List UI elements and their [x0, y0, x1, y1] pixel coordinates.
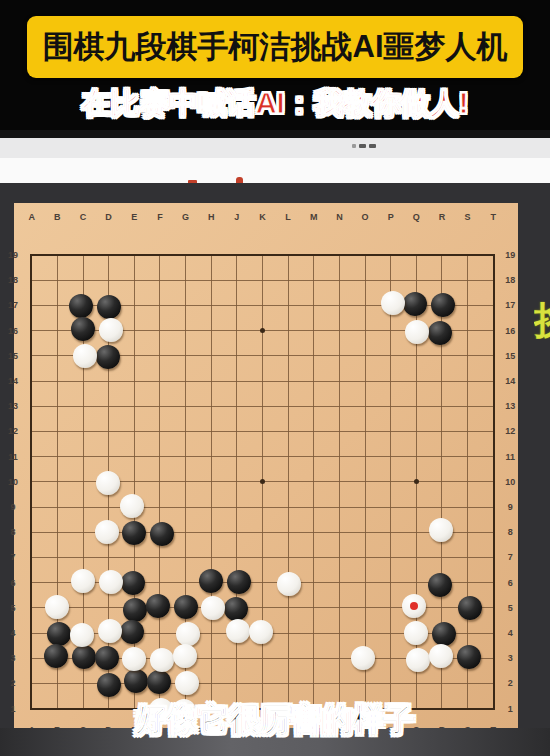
coord-letter-top: P — [388, 212, 394, 222]
coord-number-left: 9 — [10, 502, 15, 512]
stone-black-G5 — [174, 595, 198, 619]
coord-number-left: 17 — [8, 300, 18, 310]
video-header: 围棋九段棋手柯洁挑战AI噩梦人机 在比赛中喊话AI：我教你做人! — [0, 0, 550, 130]
subheadline-text: 在比赛中喊话AI：我教你做人! — [0, 84, 550, 124]
stone-white-G3 — [173, 644, 197, 668]
stone-white-H5 — [201, 596, 225, 620]
coord-number-left: 15 — [8, 351, 18, 361]
stone-white-K4 — [249, 620, 273, 644]
coord-letter-top: T — [490, 212, 496, 222]
stone-white-C6 — [71, 569, 95, 593]
coord-number-right: 18 — [505, 275, 515, 285]
stone-white-D6 — [99, 570, 123, 594]
stone-black-C16 — [71, 317, 95, 341]
stone-black-S3 — [457, 645, 481, 669]
stone-black-F8 — [150, 522, 174, 546]
coord-number-right: 17 — [505, 300, 515, 310]
stone-white-P17 — [381, 291, 405, 315]
coord-letter-top: A — [28, 212, 35, 222]
coord-letter-top: G — [182, 212, 189, 222]
stone-white-O3 — [351, 646, 375, 670]
stone-white-R3 — [429, 644, 453, 668]
coord-letter-top: F — [157, 212, 163, 222]
stone-white-C15 — [73, 344, 97, 368]
stone-black-E6 — [121, 571, 145, 595]
coord-letter-top: K — [259, 212, 266, 222]
stone-black-S5 — [458, 596, 482, 620]
coord-number-right: 2 — [508, 678, 513, 688]
coord-number-left: 8 — [10, 527, 15, 537]
stone-white-D4 — [98, 619, 122, 643]
clipped-side-caption: 挑 — [534, 295, 550, 339]
coord-number-right: 15 — [505, 351, 515, 361]
stone-white-L6 — [277, 572, 301, 596]
stone-black-D17 — [97, 295, 121, 319]
coord-number-right: 14 — [505, 376, 515, 386]
stone-black-H6 — [199, 569, 223, 593]
coord-number-left: 5 — [10, 603, 15, 613]
stone-white-D10 — [96, 471, 120, 495]
toolbar-text-fragment — [352, 144, 376, 148]
coord-number-left: 18 — [8, 275, 18, 285]
stone-black-E5 — [123, 598, 147, 622]
headline-text: 围棋九段棋手柯洁挑战AI噩梦人机 — [43, 26, 508, 68]
coord-letter-top: B — [54, 212, 61, 222]
stone-black-J5 — [224, 597, 248, 621]
stone-black-D15 — [96, 345, 120, 369]
coord-number-right: 9 — [508, 502, 513, 512]
coord-number-left: 16 — [8, 326, 18, 336]
coord-number-right: 6 — [508, 578, 513, 588]
coord-letter-top: H — [208, 212, 215, 222]
stone-black-R6 — [428, 573, 452, 597]
stone-black-C3 — [72, 645, 96, 669]
coord-number-right: 7 — [508, 552, 513, 562]
coord-number-right: 13 — [505, 401, 515, 411]
coord-number-left: 2 — [10, 678, 15, 688]
coord-letter-top: D — [105, 212, 112, 222]
coord-letter-top: S — [465, 212, 471, 222]
coord-number-left: 14 — [8, 376, 18, 386]
stone-white-B5 — [45, 595, 69, 619]
coord-letter-top: N — [336, 212, 343, 222]
stone-white-G2 — [175, 671, 199, 695]
video-caption: 好像它很厉害的样子 — [0, 699, 550, 741]
coord-letter-top: M — [310, 212, 318, 222]
stone-white-R8 — [429, 518, 453, 542]
stone-black-J6 — [227, 570, 251, 594]
coord-number-left: 4 — [10, 628, 15, 638]
headline-banner: 围棋九段棋手柯洁挑战AI噩梦人机 — [27, 16, 523, 78]
stone-black-R4 — [432, 622, 456, 646]
browser-toolbar-band — [0, 138, 550, 159]
browser-content-band — [0, 158, 550, 183]
coord-number-right: 10 — [505, 477, 515, 487]
coord-number-left: 13 — [8, 401, 18, 411]
coord-letter-top: J — [234, 212, 239, 222]
coord-number-left: 12 — [8, 426, 18, 436]
window-top-edge — [0, 130, 550, 138]
coord-number-left: 10 — [8, 477, 18, 487]
stone-white-C4 — [70, 623, 94, 647]
coord-number-right: 12 — [505, 426, 515, 436]
stone-black-D3 — [95, 646, 119, 670]
coord-number-left: 11 — [8, 452, 18, 462]
coord-number-right: 4 — [508, 628, 513, 638]
stone-white-D8 — [95, 520, 119, 544]
coord-letter-top: E — [131, 212, 137, 222]
coord-number-left: 3 — [10, 653, 15, 663]
coord-number-right: 3 — [508, 653, 513, 663]
clipped-side-caption-char: 挑 — [534, 295, 550, 339]
coord-letter-top: C — [80, 212, 87, 222]
coord-number-right: 19 — [505, 250, 515, 260]
stone-white-D16 — [99, 318, 123, 342]
coord-number-left: 6 — [10, 578, 15, 588]
coord-letter-top: Q — [413, 212, 420, 222]
stone-white-Q16 — [405, 320, 429, 344]
coord-letter-top: O — [361, 212, 368, 222]
coord-number-right: 5 — [508, 603, 513, 613]
stone-black-R16 — [428, 321, 452, 345]
coord-letter-top: R — [439, 212, 446, 222]
stone-black-D2 — [97, 673, 121, 697]
stone-white-J4 — [226, 619, 250, 643]
coord-letter-top: L — [285, 212, 291, 222]
coord-number-right: 11 — [505, 452, 515, 462]
coord-number-right: 8 — [508, 527, 513, 537]
go-board[interactable]: AABBCCDDEEFFGGHHJJKKLLMMNNOOPPQQRRSSTT19… — [0, 203, 550, 728]
coord-number-right: 16 — [505, 326, 515, 336]
stone-black-F5 — [146, 594, 170, 618]
coord-number-left: 19 — [8, 250, 18, 260]
coord-number-left: 7 — [10, 552, 15, 562]
stone-white-F3 — [150, 648, 174, 672]
stone-white-G4 — [176, 622, 200, 646]
